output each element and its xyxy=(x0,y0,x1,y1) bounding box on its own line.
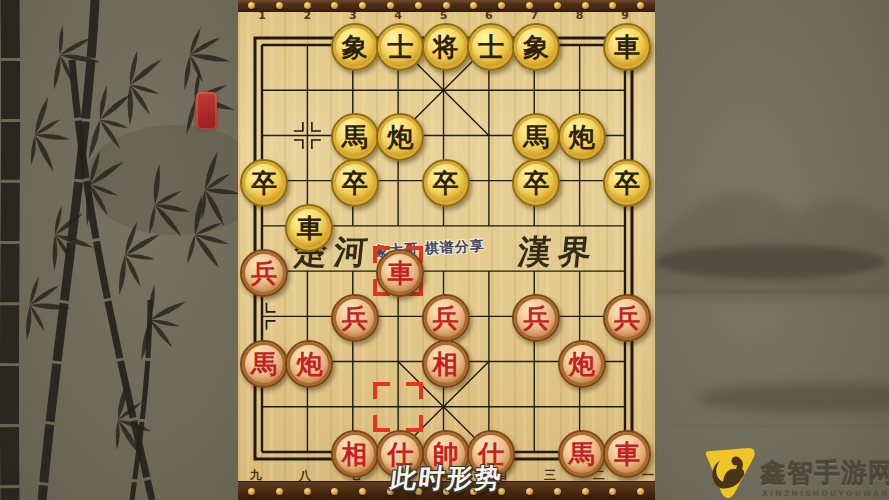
frame-stud xyxy=(304,2,311,9)
landscape-ink-painting xyxy=(655,0,889,500)
frame-stud xyxy=(248,2,255,9)
screenshot-stage: 123456789 九八七六五四三二一 楚河 漢界 象大哥 棋谱分享 象士将士象… xyxy=(0,0,889,500)
piece-black-chariot-2-4[interactable]: 車 xyxy=(285,204,333,252)
piece-black-elephant-7-0[interactable]: 象 xyxy=(512,23,560,71)
piece-black-horse-3-2[interactable]: 馬 xyxy=(331,113,379,161)
piece-red-horse-1-7[interactable]: 馬 xyxy=(240,340,288,388)
site-watermark: 鑫智手游网 XINZHISHOUYOUWANG xyxy=(700,448,889,500)
piece-black-general-5-0[interactable]: 将 xyxy=(422,23,470,71)
position-caption: 此时形势 xyxy=(236,461,657,496)
piece-red-soldier-1-5[interactable]: 兵 xyxy=(240,249,288,297)
frame-stud xyxy=(359,2,366,9)
frame-stud xyxy=(498,2,505,9)
piece-black-cannon-8-2[interactable]: 炮 xyxy=(558,113,606,161)
piece-red-soldier-5-6[interactable]: 兵 xyxy=(422,294,470,342)
piece-black-soldier-7-3[interactable]: 卒 xyxy=(512,159,560,207)
frame-stud xyxy=(554,2,561,9)
bamboo-ink-painting xyxy=(0,0,238,500)
piece-black-elephant-3-0[interactable]: 象 xyxy=(331,23,379,71)
frame-stud xyxy=(526,2,533,9)
piece-red-elephant-5-7[interactable]: 相 xyxy=(422,340,470,388)
left-ink-painting-panel xyxy=(0,0,238,500)
squirrel-shield-logo xyxy=(700,448,758,500)
site-name-text: 鑫智手游网 xyxy=(760,456,889,491)
frame-stud xyxy=(443,2,450,9)
site-subtext: XINZHISHOUYOUWANG xyxy=(762,489,889,498)
frame-stud xyxy=(637,2,644,9)
piece-black-soldier-9-3[interactable]: 卒 xyxy=(603,159,651,207)
last-move-marker-4-8 xyxy=(373,382,423,432)
piece-black-chariot-9-0[interactable]: 車 xyxy=(603,23,651,71)
piece-red-soldier-9-6[interactable]: 兵 xyxy=(603,294,651,342)
piece-black-soldier-3-3[interactable]: 卒 xyxy=(331,159,379,207)
piece-black-advisor-6-0[interactable]: 士 xyxy=(467,23,515,71)
piece-red-soldier-3-6[interactable]: 兵 xyxy=(331,294,379,342)
xiangqi-board: 123456789 九八七六五四三二一 楚河 漢界 象大哥 棋谱分享 象士将士象… xyxy=(238,0,655,500)
frame-stud xyxy=(582,2,589,9)
frame-stud xyxy=(276,2,283,9)
piece-red-cannon-8-7[interactable]: 炮 xyxy=(558,340,606,388)
red-seal-stamp xyxy=(196,92,217,130)
piece-black-soldier-1-3[interactable]: 卒 xyxy=(240,159,288,207)
piece-black-advisor-4-0[interactable]: 士 xyxy=(376,23,424,71)
frame-stud xyxy=(470,2,477,9)
frame-stud xyxy=(609,2,616,9)
board-top-frame xyxy=(238,0,655,12)
piece-red-cannon-2-7[interactable]: 炮 xyxy=(285,340,333,388)
frame-stud xyxy=(331,2,338,9)
frame-stud xyxy=(415,2,422,9)
river-text-han-jie: 漢界 xyxy=(516,230,601,275)
frame-stud xyxy=(387,2,394,9)
piece-red-chariot-4-5[interactable]: 車 xyxy=(376,249,424,297)
right-ink-painting-panel: 鑫智手游网 XINZHISHOUYOUWANG xyxy=(655,0,889,500)
piece-black-soldier-5-3[interactable]: 卒 xyxy=(422,159,470,207)
